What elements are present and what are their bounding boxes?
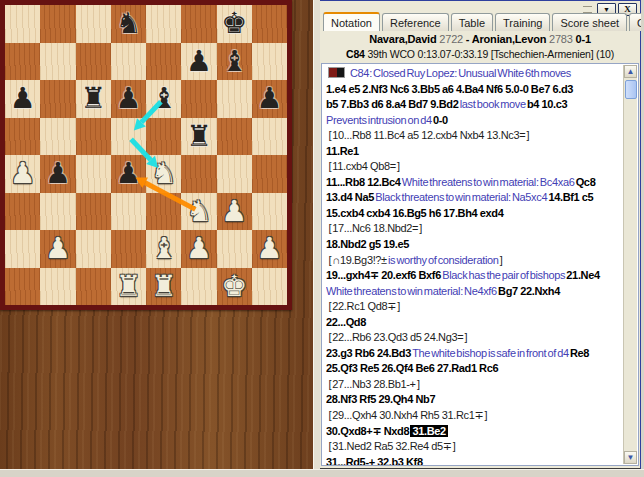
square-e6[interactable]: ♝ [146, 80, 181, 118]
board-grid: ♞♚♟♝♟♜♟♝♟♜♟♟♟♞♞♟♟♝♟♟♜♜♚ [5, 5, 287, 305]
square-d3[interactable] [111, 193, 146, 231]
square-b7[interactable] [40, 43, 75, 81]
scroll-down-button[interactable]: ▼ [624, 451, 637, 464]
variation-text[interactable]: [ 11.cxb4 Qb8= ] [326, 160, 400, 172]
square-e2[interactable]: ♝ [146, 230, 181, 268]
square-g4[interactable] [217, 155, 252, 193]
square-c3[interactable] [76, 193, 111, 231]
notation-scrollbar[interactable]: ▲ ▼ [623, 65, 637, 464]
square-h1[interactable] [252, 268, 287, 306]
tab-score-sheet[interactable]: Score sheet [552, 13, 627, 31]
black-king-g8[interactable]: ♚ [217, 5, 252, 43]
white-pawn-b2[interactable]: ♟ [40, 230, 75, 268]
square-a8[interactable] [5, 5, 40, 43]
square-g1[interactable]: ♚ [217, 268, 252, 306]
move-text[interactable]: 28.Nf3 Rf5 29.Qh4 Nb7 [326, 393, 435, 405]
white-knight-f3[interactable]: ♞ [181, 193, 216, 231]
black-rook-c6[interactable]: ♜ [76, 80, 111, 118]
window-edge-bottom [0, 469, 644, 477]
comment-text: White threatens to win material: Bc4xa6 [402, 176, 576, 188]
move-text[interactable]: 31...Rd5-+ 32.b3 Kf8 [326, 456, 423, 466]
notation-line: [ 31.Ned2 Ra5 32.Re4 d5∓ ] [326, 439, 623, 455]
square-h7[interactable] [252, 43, 287, 81]
notation-panel: ▼ X Notation Reference Table Training Sc… [320, 0, 641, 470]
move-text[interactable]: 14.Bf1 c5 [548, 191, 593, 203]
square-e1[interactable]: ♜ [146, 268, 181, 306]
square-g3[interactable]: ♟ [217, 193, 252, 231]
square-a3[interactable] [5, 193, 40, 231]
variation-text[interactable]: [ 27...Nb3 28.Bb1-+ ] [326, 378, 420, 390]
players-result-line: Navara,David 2722 - Aronian,Levon 2783 0… [320, 32, 640, 47]
square-a6[interactable]: ♟ [5, 80, 40, 118]
square-d6[interactable]: ♟ [111, 80, 146, 118]
move-text[interactable]: Qc8 [576, 176, 596, 188]
square-c4[interactable] [76, 155, 111, 193]
square-h3[interactable] [252, 193, 287, 231]
variation-text[interactable]: [ 10...Rb8 11.Bc4 a5 12.cxb4 Nxb4 13.Nc3… [326, 129, 529, 141]
notation-line: 11...Rb8 12.Bc4 White threatens to win m… [326, 175, 623, 191]
notation-line: 13.d4 Na5 Black threatens to win materia… [326, 190, 623, 206]
square-e4[interactable]: ♞ [146, 155, 181, 193]
square-h8[interactable] [252, 5, 287, 43]
square-d1[interactable]: ♜ [111, 268, 146, 306]
square-e5[interactable] [146, 118, 181, 156]
static-text: 2722 [439, 33, 463, 45]
black-pawn-d6[interactable]: ♟ [111, 80, 146, 118]
square-b1[interactable] [40, 268, 75, 306]
comment-text: The white bishop is safe in front of d4 [412, 347, 570, 359]
square-f4[interactable] [181, 155, 216, 193]
move-text[interactable]: 1.e4 e5 2.Nf3 Nc6 3.Bb5 a6 4.Ba4 Nf6 5.0… [326, 83, 573, 95]
opening-classification-icon [328, 67, 345, 78]
notation-pane: C84: Closed Ruy Lopez: Unusual White 6th… [321, 63, 639, 466]
move-text[interactable]: 25.Qf3 Re5 26.Qf4 Be6 27.Rad1 Rc6 [326, 362, 498, 374]
comment-text: Black has the pair of bishops [442, 269, 566, 281]
square-g8[interactable]: ♚ [217, 5, 252, 43]
move-text[interactable]: C84 [346, 48, 367, 60]
square-g2[interactable] [217, 230, 252, 268]
square-c6[interactable]: ♜ [76, 80, 111, 118]
square-a4[interactable]: ♟ [5, 155, 40, 193]
variation-text[interactable]: [ 29...Qxh4 30.Nxh4 Rh5 31.Rc1∓ ] [326, 409, 487, 421]
square-e3[interactable] [146, 193, 181, 231]
notation-line: 23.g3 Rb6 24.Bd3 The white bishop is saf… [326, 346, 623, 362]
square-c8[interactable] [76, 5, 111, 43]
notation-line: C84: Closed Ruy Lopez: Unusual White 6th… [326, 66, 623, 82]
white-bishop-e2[interactable]: ♝ [146, 230, 181, 268]
move-text[interactable]: 18.Nbd2 g5 19.e5 [326, 238, 409, 250]
move-text[interactable]: 11.Re1 [326, 145, 359, 157]
square-f5[interactable]: ♜ [181, 118, 216, 156]
square-c5[interactable] [76, 118, 111, 156]
scroll-up-icon: ▲ [627, 67, 635, 76]
move-text[interactable]: 11...Rb8 12.Bc4 [326, 176, 402, 188]
notation-line: 19...gxh4∓ 20.exf6 Bxf6 Black has the pa… [326, 268, 623, 284]
notation-line: [ 22.Rc1 Qd8∓ ] [326, 299, 623, 315]
notation-line: 22...Qd8 [326, 315, 623, 331]
black-pawn-b4[interactable]: ♟ [40, 155, 75, 193]
notation-line: 30.Qxd8+∓ Nxd8 31.Be2 [326, 424, 623, 440]
square-c1[interactable] [76, 268, 111, 306]
move-text[interactable]: 22...Qd8 [326, 316, 366, 328]
square-b4[interactable]: ♟ [40, 155, 75, 193]
move-text[interactable]: Re8 [570, 347, 589, 359]
black-rook-f5[interactable]: ♜ [181, 118, 216, 156]
notation-line: [ 17...Nc6 18.Nbd2= ] [326, 221, 623, 237]
chess-board: ♞♚♟♝♟♜♟♝♟♜♟♟♟♞♞♟♟♝♟♟♜♜♚ [0, 0, 292, 310]
scroll-up-button[interactable]: ▲ [624, 65, 637, 78]
table-background: ♞♚♟♝♟♜♟♝♟♜♟♟♟♞♞♟♟♝♟♟♜♜♚ [0, 0, 313, 470]
square-a5[interactable] [5, 118, 40, 156]
selected-move[interactable]: 31.Be2 [410, 425, 447, 437]
square-b6[interactable] [40, 80, 75, 118]
comment-text: Black threatens to win material: Na5xc4 [375, 191, 548, 203]
square-b8[interactable] [40, 5, 75, 43]
notation-line: 28.Nf3 Rf5 29.Qh4 Nb7 [326, 392, 623, 408]
notation-line: 1.e4 e5 2.Nf3 Nc6 3.Bb5 a6 4.Ba4 Nf6 5.0… [326, 82, 623, 98]
square-e8[interactable] [146, 5, 181, 43]
notation-line: [ 11.cxb4 Qb8= ] [326, 159, 623, 175]
square-g5[interactable] [217, 118, 252, 156]
square-h2[interactable]: ♟ [252, 230, 287, 268]
comment-text: C84: Closed Ruy Lopez: Unusual White 6th… [350, 67, 571, 79]
comment-text: White threatens to win material: Ne4xf6 [326, 285, 498, 297]
notation-line: [ ∩19.Bg3!?± is worthy of consideration … [326, 253, 623, 269]
notation-line: [ 22...Rb6 23.Qd3 d5 24.Ng3= ] [326, 330, 623, 346]
move-text[interactable]: 21.Ne4 [566, 269, 599, 281]
move-text[interactable]: - [463, 33, 472, 45]
tab-table[interactable]: Table [451, 13, 493, 31]
move-text[interactable]: 30.Qxd8+∓ Nxd8 [326, 425, 410, 437]
notation-line: [ 10...Rb8 11.Bc4 a5 12.cxb4 Nxb4 13.Nc3… [326, 128, 623, 144]
square-c7[interactable] [76, 43, 111, 81]
white-pawn-g3[interactable]: ♟ [217, 193, 252, 231]
square-f2[interactable]: ♟ [181, 230, 216, 268]
move-text[interactable]: Bg7 22.Nxh4 [498, 285, 560, 297]
square-d2[interactable] [111, 230, 146, 268]
square-a1[interactable] [5, 268, 40, 306]
square-f8[interactable] [181, 5, 216, 43]
notation-line: White threatens to win material: Ne4xf6 … [326, 284, 623, 300]
square-f3[interactable]: ♞ [181, 193, 216, 231]
square-b3[interactable] [40, 193, 75, 231]
square-d7[interactable] [111, 43, 146, 81]
notation-line: [ 29...Qxh4 30.Nxh4 Rh5 31.Rc1∓ ] [326, 408, 623, 424]
square-g7[interactable]: ♝ [217, 43, 252, 81]
move-text[interactable]: 0-1 [573, 33, 591, 45]
scrollbar-thumb[interactable] [625, 80, 637, 99]
tab-reference[interactable]: Reference [382, 13, 449, 31]
move-text[interactable]: 23.g3 Rb6 24.Bd3 [326, 347, 412, 359]
notation-line: 31...Rd5-+ 32.b3 Kf8 [326, 455, 623, 466]
notation-line: 15.cxb4 cxb4 16.Bg5 h6 17.Bh4 exd4 [326, 206, 623, 222]
move-text[interactable]: b5 7.Bb3 d6 8.a4 Bd7 9.Bd2 [326, 98, 460, 110]
black-knight-d8[interactable]: ♞ [111, 5, 146, 43]
move-text[interactable]: b4 10.c3 [527, 98, 567, 110]
comment-text: last book move [460, 98, 527, 110]
tab-notation[interactable]: Notation [323, 12, 380, 31]
comment-text: is worthy of consideration [388, 254, 499, 266]
notation-line: b5 7.Bb3 d6 8.a4 Bd7 9.Bd2 last book mov… [326, 97, 623, 113]
move-text[interactable]: Aronian,Levon [472, 33, 549, 45]
square-f1[interactable] [181, 268, 216, 306]
white-pawn-f2[interactable]: ♟ [181, 230, 216, 268]
square-c2[interactable] [76, 230, 111, 268]
notation-line: 18.Nbd2 g5 19.e5 [326, 237, 623, 253]
chessbase-window: { "game": "chess", "position": { "fen": … [0, 0, 644, 477]
square-h5[interactable] [252, 118, 287, 156]
notation-tabs: Notation Reference Table Training Score … [323, 10, 644, 31]
black-pawn-d4[interactable]: ♟ [111, 155, 146, 193]
square-h6[interactable]: ♟ [252, 80, 287, 118]
square-d5[interactable] [111, 118, 146, 156]
variation-text[interactable]: [ 31.Ned2 Ra5 32.Re4 d5∓ ] [326, 440, 456, 452]
variation-text[interactable]: [ 22...Rb6 23.Qd3 d5 24.Ng3= ] [326, 331, 467, 343]
square-b5[interactable] [40, 118, 75, 156]
variation-text[interactable]: ] [499, 254, 503, 266]
square-d4[interactable]: ♟ [111, 155, 146, 193]
notation-text: C84: Closed Ruy Lopez: Unusual White 6th… [326, 66, 623, 465]
square-a7[interactable] [5, 43, 40, 81]
square-d8[interactable]: ♞ [111, 5, 146, 43]
white-king-g1[interactable]: ♚ [217, 268, 252, 306]
white-rook-d1[interactable]: ♜ [111, 268, 146, 306]
notation-line: 11.Re1 [326, 144, 623, 160]
black-bishop-g7[interactable]: ♝ [217, 43, 252, 81]
black-pawn-h6[interactable]: ♟ [252, 80, 287, 118]
move-text[interactable]: 0-0 [433, 114, 448, 126]
square-a2[interactable] [5, 230, 40, 268]
notation-line: [ 27...Nb3 28.Bb1-+ ] [326, 377, 623, 393]
static-text: 2783 [549, 33, 573, 45]
variation-text[interactable]: [ ∩19.Bg3!?± [326, 254, 388, 266]
square-e7[interactable] [146, 43, 181, 81]
move-text[interactable]: Navara,David [369, 33, 439, 45]
square-b2[interactable]: ♟ [40, 230, 75, 268]
notation-line: Prevents intrusion on d4 0-0 [326, 113, 623, 129]
notation-line: 25.Qf3 Re5 26.Qf4 Be6 27.Rad1 Rc6 [326, 361, 623, 377]
move-text[interactable]: 15.cxb4 cxb4 16.Bg5 h6 17.Bh4 exd4 [326, 207, 503, 219]
white-pawn-a4[interactable]: ♟ [5, 155, 40, 193]
square-g6[interactable] [217, 80, 252, 118]
square-f6[interactable] [181, 80, 216, 118]
white-rook-e1[interactable]: ♜ [146, 268, 181, 306]
scroll-down-icon: ▼ [627, 453, 635, 462]
move-text[interactable]: 13.d4 Na5 [326, 191, 375, 203]
square-f7[interactable]: ♟ [181, 43, 216, 81]
square-h4[interactable] [252, 155, 287, 193]
white-pawn-h2[interactable]: ♟ [252, 230, 287, 268]
variation-text[interactable]: [ 22.Rc1 Qd8∓ ] [326, 300, 400, 312]
variation-text[interactable]: [ 17...Nc6 18.Nbd2= ] [326, 222, 422, 234]
move-text[interactable]: 19...gxh4∓ 20.exf6 Bxf6 [326, 269, 442, 281]
black-pawn-f7[interactable]: ♟ [181, 43, 216, 81]
tab-training[interactable]: Training [495, 13, 550, 31]
comment-text: Prevents intrusion on d4 [326, 114, 433, 126]
black-bishop-e6[interactable]: ♝ [146, 80, 181, 118]
white-knight-e4[interactable]: ♞ [146, 155, 181, 193]
black-pawn-a6[interactable]: ♟ [5, 80, 40, 118]
